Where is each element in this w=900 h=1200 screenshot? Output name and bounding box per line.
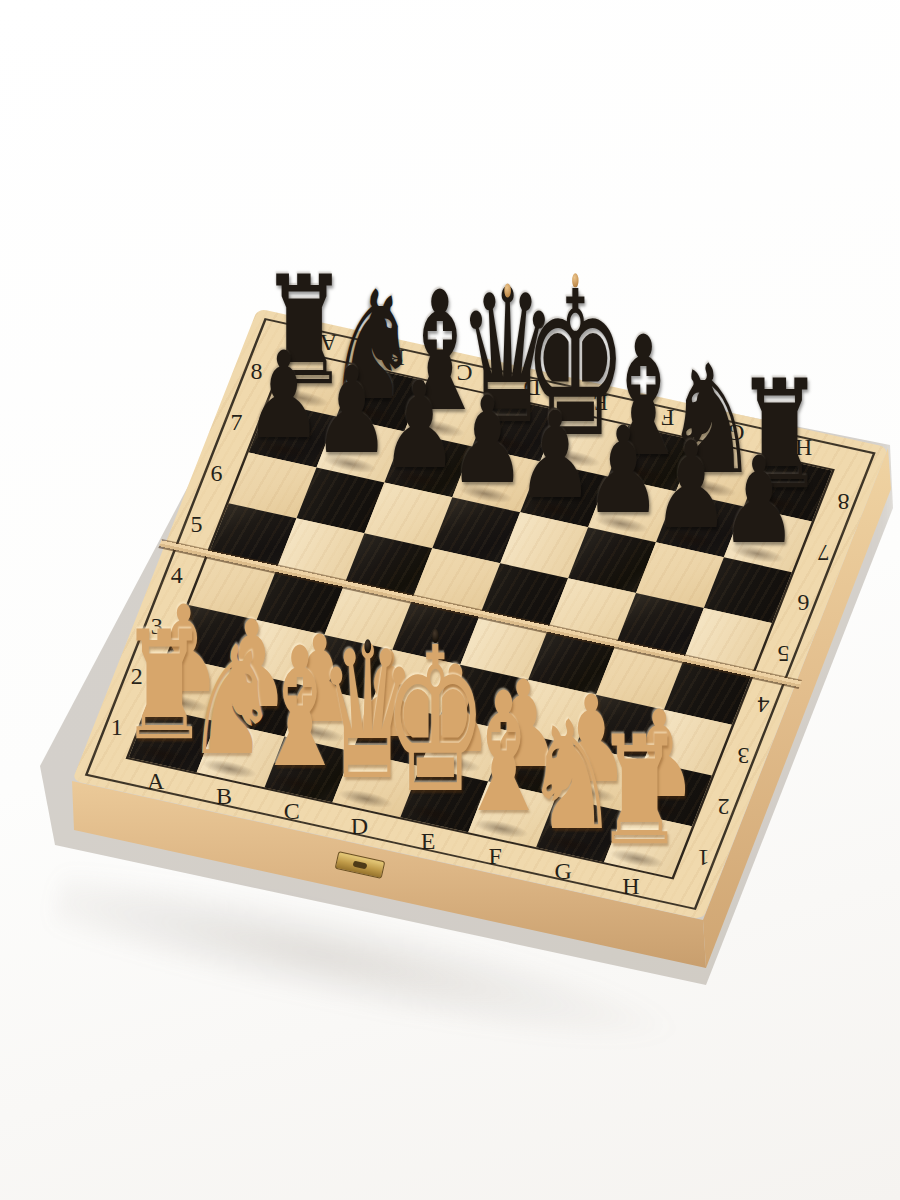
piece-black-pawn-a7[interactable]: ♟: [253, 442, 321, 457]
piece-black-pawn-b7[interactable]: ♟: [321, 457, 389, 472]
piece-black-pawn-e7[interactable]: ♟: [524, 501, 592, 516]
piece-black-pawn-g7[interactable]: ♟: [660, 531, 728, 546]
pawn-glyph: ♟: [449, 381, 526, 501]
pawn-glyph: ♟: [381, 366, 458, 486]
rook-glyph: ♜: [595, 716, 684, 866]
piece-black-pawn-d7[interactable]: ♟: [457, 486, 525, 501]
pawn-glyph: ♟: [721, 441, 798, 561]
square-h1[interactable]: ♜: [604, 811, 692, 877]
chess-set-photo: ABCDEFGH8♜♞♝♛♚♝♞♜87♟♟♟♟♟♟♟♟7665544332♟♟♟…: [0, 0, 900, 1200]
piece-black-pawn-h7[interactable]: ♟: [728, 546, 796, 561]
finial-tip: [504, 283, 511, 297]
finial-tip: [364, 639, 371, 653]
finial-tip: [433, 629, 439, 643]
piece-black-pawn-f7[interactable]: ♟: [592, 516, 660, 531]
pawn-glyph: ♟: [517, 396, 594, 516]
pawn-glyph: ♟: [585, 411, 662, 531]
pawn-glyph: ♟: [245, 336, 322, 456]
pawn-glyph: ♟: [653, 426, 730, 546]
clasp-slot: [353, 861, 368, 870]
finial-tip: [572, 273, 578, 287]
pawn-glyph: ♟: [313, 351, 390, 471]
piece-white-rook-h1[interactable]: ♜: [608, 851, 676, 866]
piece-black-pawn-c7[interactable]: ♟: [389, 472, 457, 487]
